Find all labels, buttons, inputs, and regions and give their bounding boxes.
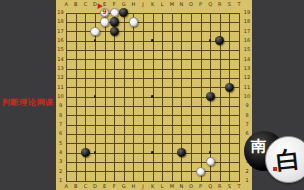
board-cell[interactable]: [66, 106, 76, 115]
board-cell[interactable]: [181, 13, 191, 22]
column-label-top: S: [226, 2, 232, 7]
board-cell[interactable]: [76, 31, 86, 40]
board-cell[interactable]: [153, 13, 163, 22]
board-cell[interactable]: [229, 69, 239, 78]
board-cell[interactable]: [143, 22, 153, 31]
board-cell[interactable]: [95, 171, 105, 180]
board-cell[interactable]: [76, 41, 86, 50]
board-cell[interactable]: [220, 50, 230, 59]
board-cell[interactable]: [191, 50, 201, 59]
board-cell[interactable]: [220, 106, 230, 115]
board-cell[interactable]: [210, 22, 220, 31]
board-cell[interactable]: [66, 31, 76, 40]
board-cell[interactable]: [114, 87, 124, 96]
board-cell[interactable]: [143, 41, 153, 50]
board-cell[interactable]: [172, 106, 182, 115]
board-cell[interactable]: [95, 97, 105, 106]
board-cell[interactable]: [85, 13, 95, 22]
board-cell[interactable]: [133, 97, 143, 106]
board-cell[interactable]: [124, 125, 134, 134]
board-cell[interactable]: [210, 143, 220, 152]
board-cell[interactable]: [95, 69, 105, 78]
board-cell[interactable]: [143, 50, 153, 59]
board-cell[interactable]: [162, 134, 172, 143]
board-cell[interactable]: [220, 22, 230, 31]
board-cell[interactable]: [191, 143, 201, 152]
board-cell[interactable]: [191, 69, 201, 78]
row-label-right: 18: [243, 19, 252, 24]
board-cell[interactable]: [229, 153, 239, 162]
board-cell[interactable]: [105, 78, 115, 87]
video-frame: 判断理论网课 9 AABBCCDDEEFFGGHHJJKKLLMMNNOOPPQ…: [0, 0, 304, 190]
board-cell[interactable]: [85, 50, 95, 59]
board-cell[interactable]: [133, 171, 143, 180]
board-cell[interactable]: [153, 106, 163, 115]
board-cell[interactable]: [181, 162, 191, 171]
board-cell[interactable]: [191, 22, 201, 31]
board-cell[interactable]: [172, 41, 182, 50]
board-cell[interactable]: [143, 78, 153, 87]
board-cell[interactable]: [229, 162, 239, 171]
board-cell[interactable]: [133, 134, 143, 143]
board-cell[interactable]: [210, 59, 220, 68]
board-cell[interactable]: [85, 59, 95, 68]
board-cell[interactable]: [66, 87, 76, 96]
black-stone-F17[interactable]: [110, 27, 119, 36]
black-stone-C4[interactable]: [81, 148, 90, 157]
board-cell[interactable]: [76, 87, 86, 96]
board-cell[interactable]: [124, 115, 134, 124]
board-cell[interactable]: [162, 97, 172, 106]
board-cell[interactable]: [143, 106, 153, 115]
board-cell[interactable]: [181, 50, 191, 59]
board-cell[interactable]: [181, 106, 191, 115]
board-cell[interactable]: [66, 171, 76, 180]
board-cell[interactable]: [114, 41, 124, 50]
board-cell[interactable]: [210, 50, 220, 59]
board-cell[interactable]: [229, 106, 239, 115]
board-cell[interactable]: [162, 143, 172, 152]
board-cell[interactable]: [105, 134, 115, 143]
board-cell[interactable]: [220, 125, 230, 134]
board-cell[interactable]: [95, 59, 105, 68]
board-cell[interactable]: [229, 50, 239, 59]
board-cell[interactable]: [114, 134, 124, 143]
board-cell[interactable]: [229, 41, 239, 50]
board-cell[interactable]: [95, 106, 105, 115]
board-cell[interactable]: [105, 59, 115, 68]
board-cell[interactable]: [133, 31, 143, 40]
board-cell[interactable]: [76, 13, 86, 22]
board-cell[interactable]: [201, 50, 211, 59]
board-cell[interactable]: [114, 78, 124, 87]
board-cell[interactable]: [143, 171, 153, 180]
board-cell[interactable]: [201, 115, 211, 124]
board-cell[interactable]: [172, 125, 182, 134]
white-stone-D17[interactable]: [90, 27, 99, 36]
board-cell[interactable]: [143, 162, 153, 171]
board-cell[interactable]: [66, 78, 76, 87]
board-cell[interactable]: [153, 41, 163, 50]
board-cell[interactable]: [181, 97, 191, 106]
board-cell[interactable]: [162, 106, 172, 115]
board-cell[interactable]: [153, 69, 163, 78]
board-cell[interactable]: [191, 59, 201, 68]
board-cell[interactable]: [201, 69, 211, 78]
board-cell[interactable]: [133, 87, 143, 96]
board-cell[interactable]: [95, 143, 105, 152]
board-cell[interactable]: [114, 50, 124, 59]
board-cell[interactable]: [210, 115, 220, 124]
board-cell[interactable]: [133, 162, 143, 171]
board-cell[interactable]: [95, 125, 105, 134]
board-cell[interactable]: [76, 171, 86, 180]
row-label-left: 7: [57, 122, 65, 127]
board-cell[interactable]: [124, 153, 134, 162]
board-cell[interactable]: [220, 69, 230, 78]
board-cell[interactable]: [191, 115, 201, 124]
board-cell[interactable]: [201, 134, 211, 143]
board-cell[interactable]: [95, 87, 105, 96]
board-cell[interactable]: [172, 97, 182, 106]
white-stone-P2[interactable]: [196, 167, 205, 176]
board-cell[interactable]: [191, 134, 201, 143]
board-cell[interactable]: [172, 171, 182, 180]
board-cell[interactable]: [105, 97, 115, 106]
board-cell[interactable]: [124, 50, 134, 59]
board-cell[interactable]: [229, 125, 239, 134]
board-cell[interactable]: [201, 41, 211, 50]
board-cell[interactable]: [124, 162, 134, 171]
board-cell[interactable]: [181, 134, 191, 143]
board-cell[interactable]: [191, 153, 201, 162]
board-cell[interactable]: [76, 134, 86, 143]
board-cell[interactable]: [105, 50, 115, 59]
board-cell[interactable]: [162, 125, 172, 134]
board-cell[interactable]: [85, 97, 95, 106]
board-cell[interactable]: [105, 125, 115, 134]
board-cell[interactable]: [172, 162, 182, 171]
board-cell[interactable]: [153, 115, 163, 124]
board-cell[interactable]: [162, 31, 172, 40]
board-cell[interactable]: [124, 171, 134, 180]
board-cell[interactable]: [181, 78, 191, 87]
board-cell[interactable]: [66, 22, 76, 31]
board-cell[interactable]: [133, 69, 143, 78]
board-cell[interactable]: [66, 162, 76, 171]
board-cell[interactable]: [76, 59, 86, 68]
board-cell[interactable]: [105, 171, 115, 180]
board-cell[interactable]: [76, 69, 86, 78]
board-cell[interactable]: [201, 106, 211, 115]
board-cell[interactable]: [95, 153, 105, 162]
board-cell[interactable]: [66, 97, 76, 106]
board-cell[interactable]: [162, 162, 172, 171]
board-cell[interactable]: [191, 31, 201, 40]
board-cell[interactable]: [133, 125, 143, 134]
board-cell[interactable]: [172, 87, 182, 96]
go-board[interactable]: 9 AABBCCDDEEFFGGHHJJKKLLMMNNOOPPQQRRSSTT…: [56, 0, 252, 190]
board-cell[interactable]: [124, 87, 134, 96]
board-cell[interactable]: [66, 134, 76, 143]
board-cell[interactable]: [124, 31, 134, 40]
board-cell[interactable]: [229, 22, 239, 31]
board-cell[interactable]: [66, 50, 76, 59]
board-cell[interactable]: [114, 171, 124, 180]
board-cell[interactable]: [220, 59, 230, 68]
column-label-top: R: [217, 2, 223, 7]
board-cell[interactable]: [181, 87, 191, 96]
board-cell[interactable]: [66, 13, 76, 22]
board-cell[interactable]: [181, 171, 191, 180]
board-cell[interactable]: [153, 87, 163, 96]
board-cell[interactable]: [143, 59, 153, 68]
board-cell[interactable]: [229, 171, 239, 180]
column-label-bottom: J: [140, 184, 146, 189]
board-cell[interactable]: [172, 50, 182, 59]
board-cell[interactable]: [201, 13, 211, 22]
board-cell[interactable]: [143, 97, 153, 106]
board-cell[interactable]: [105, 106, 115, 115]
board-cell[interactable]: [153, 143, 163, 152]
board-cell[interactable]: [133, 50, 143, 59]
board-cell[interactable]: [143, 69, 153, 78]
board-cell[interactable]: [201, 59, 211, 68]
board-cell[interactable]: [191, 78, 201, 87]
black-stone-Q10[interactable]: [206, 92, 215, 101]
board-cell[interactable]: [181, 41, 191, 50]
board-cell[interactable]: [66, 153, 76, 162]
board-cell[interactable]: [105, 69, 115, 78]
board-cell[interactable]: [105, 115, 115, 124]
board-cell[interactable]: [66, 125, 76, 134]
board-cell[interactable]: [162, 41, 172, 50]
board-cell[interactable]: [95, 162, 105, 171]
board-cell[interactable]: [133, 59, 143, 68]
column-label-top: O: [188, 2, 194, 7]
board-cell[interactable]: [105, 41, 115, 50]
board-cell[interactable]: [85, 115, 95, 124]
board-cell[interactable]: [220, 134, 230, 143]
board-cell[interactable]: [85, 171, 95, 180]
board-cell[interactable]: [220, 162, 230, 171]
board-cell[interactable]: [153, 22, 163, 31]
board-cell[interactable]: [85, 106, 95, 115]
board-cell[interactable]: [124, 78, 134, 87]
board-cell[interactable]: [220, 171, 230, 180]
row-label-right: 8: [243, 113, 252, 118]
board-cell[interactable]: [76, 106, 86, 115]
board-cell[interactable]: [114, 162, 124, 171]
board-cell[interactable]: [162, 78, 172, 87]
board-cell[interactable]: [153, 153, 163, 162]
board-cell[interactable]: [114, 97, 124, 106]
board-cell[interactable]: [85, 78, 95, 87]
board-cell[interactable]: [66, 69, 76, 78]
board-cell[interactable]: [172, 22, 182, 31]
board-cell[interactable]: [66, 115, 76, 124]
board-cell[interactable]: [162, 13, 172, 22]
board-cell[interactable]: [220, 97, 230, 106]
board-cell[interactable]: [181, 125, 191, 134]
board-cell[interactable]: [172, 31, 182, 40]
board-cell[interactable]: [210, 134, 220, 143]
board-cell[interactable]: [114, 153, 124, 162]
board-cell[interactable]: [105, 153, 115, 162]
board-cell[interactable]: [153, 97, 163, 106]
board-cell[interactable]: [124, 143, 134, 152]
board-cell[interactable]: [85, 162, 95, 171]
board-cell[interactable]: [95, 41, 105, 50]
board-cell[interactable]: [133, 143, 143, 152]
board-cell[interactable]: [133, 115, 143, 124]
board-cell[interactable]: [210, 13, 220, 22]
board-cell[interactable]: [162, 171, 172, 180]
board-cell[interactable]: [85, 125, 95, 134]
board-cell[interactable]: [191, 125, 201, 134]
board-cell[interactable]: [76, 162, 86, 171]
board-cell[interactable]: [210, 171, 220, 180]
board-cell[interactable]: [124, 59, 134, 68]
board-cell[interactable]: [181, 69, 191, 78]
board-cell[interactable]: [229, 97, 239, 106]
black-stone-S11[interactable]: [225, 83, 234, 92]
board-cell[interactable]: [201, 22, 211, 31]
board-cell[interactable]: [201, 78, 211, 87]
board-cell[interactable]: [66, 59, 76, 68]
board-cell[interactable]: [153, 78, 163, 87]
board-cell[interactable]: [172, 13, 182, 22]
board-cell[interactable]: [162, 69, 172, 78]
board-cell[interactable]: [191, 13, 201, 22]
board-cell[interactable]: [210, 125, 220, 134]
board-cell[interactable]: [105, 143, 115, 152]
board-cell[interactable]: [124, 41, 134, 50]
black-stone-F18[interactable]: [110, 17, 119, 26]
board-cell[interactable]: [124, 69, 134, 78]
board-cell[interactable]: [191, 97, 201, 106]
board-cell[interactable]: [133, 78, 143, 87]
board-cell[interactable]: [153, 59, 163, 68]
board-cell[interactable]: [105, 87, 115, 96]
board-cell[interactable]: [76, 78, 86, 87]
board-cell[interactable]: [191, 106, 201, 115]
board-cell[interactable]: [153, 171, 163, 180]
board-cell[interactable]: [172, 59, 182, 68]
board-cell[interactable]: [210, 106, 220, 115]
board-cell[interactable]: [76, 125, 86, 134]
board-cell[interactable]: [172, 134, 182, 143]
board-cell[interactable]: [229, 31, 239, 40]
board-cell[interactable]: [172, 115, 182, 124]
board-cell[interactable]: [220, 143, 230, 152]
board-cell[interactable]: [162, 153, 172, 162]
board-cell[interactable]: [181, 59, 191, 68]
logo-white-text: 白: [274, 143, 301, 177]
board-cell[interactable]: [85, 69, 95, 78]
board-cell[interactable]: [162, 87, 172, 96]
board-cell[interactable]: [162, 22, 172, 31]
board-cell[interactable]: [162, 50, 172, 59]
board-cell[interactable]: [124, 134, 134, 143]
board-cell[interactable]: [85, 41, 95, 50]
board-cell[interactable]: [76, 97, 86, 106]
board-cell[interactable]: [191, 87, 201, 96]
board-cell[interactable]: [210, 78, 220, 87]
board-cell[interactable]: [229, 13, 239, 22]
row-label-right: 15: [243, 47, 252, 52]
board-cell[interactable]: [143, 153, 153, 162]
board-cell[interactable]: [76, 22, 86, 31]
black-stone-N4[interactable]: [177, 148, 186, 157]
white-stone-H18[interactable]: [129, 17, 138, 26]
white-stone-F19[interactable]: [110, 8, 119, 17]
board-cell[interactable]: [153, 134, 163, 143]
board-cell[interactable]: [181, 31, 191, 40]
board-cell[interactable]: [143, 13, 153, 22]
row-label-left: 15: [57, 47, 65, 52]
board-cell[interactable]: [133, 106, 143, 115]
board-cell[interactable]: [172, 69, 182, 78]
board-cell[interactable]: [220, 115, 230, 124]
board-cell[interactable]: [153, 50, 163, 59]
board-cell[interactable]: [143, 134, 153, 143]
board-cell[interactable]: [85, 134, 95, 143]
board-cell[interactable]: [229, 59, 239, 68]
board-cell[interactable]: [172, 78, 182, 87]
board-cell[interactable]: [162, 59, 172, 68]
board-cell[interactable]: [95, 78, 105, 87]
board-cell[interactable]: [220, 153, 230, 162]
board-cell[interactable]: [229, 143, 239, 152]
board-cell[interactable]: [162, 115, 172, 124]
board-cell[interactable]: [153, 162, 163, 171]
board-cell[interactable]: [76, 50, 86, 59]
board-cell[interactable]: [133, 41, 143, 50]
board-cell[interactable]: [114, 125, 124, 134]
board-cell[interactable]: [114, 143, 124, 152]
board-cell[interactable]: [95, 50, 105, 59]
board-cell[interactable]: [153, 125, 163, 134]
board-cell[interactable]: [124, 106, 134, 115]
board-cell[interactable]: [143, 125, 153, 134]
board-cell[interactable]: [220, 13, 230, 22]
board-cell[interactable]: [114, 106, 124, 115]
board-cell[interactable]: [114, 69, 124, 78]
board-cell[interactable]: [210, 69, 220, 78]
board-cell[interactable]: [114, 115, 124, 124]
board-cell[interactable]: [229, 134, 239, 143]
board-cell[interactable]: [66, 143, 76, 152]
board-cell[interactable]: [133, 153, 143, 162]
board-cell[interactable]: [143, 115, 153, 124]
board-cell[interactable]: [153, 31, 163, 40]
board-cell[interactable]: [181, 115, 191, 124]
board-cell[interactable]: [191, 41, 201, 50]
board-cell[interactable]: [114, 59, 124, 68]
white-stone-E18[interactable]: [100, 17, 109, 26]
board-cell[interactable]: [124, 97, 134, 106]
board-cell[interactable]: [105, 162, 115, 171]
board-cell[interactable]: [95, 134, 105, 143]
board-cell[interactable]: [95, 115, 105, 124]
row-label-left: 11: [57, 85, 65, 90]
board-cell[interactable]: [229, 115, 239, 124]
board-cell[interactable]: [66, 41, 76, 50]
board-cell[interactable]: [76, 115, 86, 124]
board-cell[interactable]: [201, 125, 211, 134]
board-cell[interactable]: [181, 22, 191, 31]
